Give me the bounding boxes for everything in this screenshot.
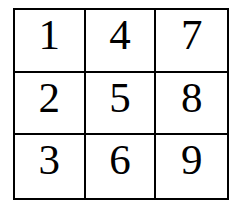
cell-number: 7 [181, 13, 203, 56]
grid-cell-r3c3[interactable]: 9 [156, 135, 227, 198]
grid-cell-r2c1[interactable]: 2 [15, 73, 86, 136]
grid-cell-r3c2[interactable]: 6 [86, 135, 157, 198]
grid-cell-r1c1[interactable]: 1 [15, 10, 86, 73]
grid-cell-r3c1[interactable]: 3 [15, 135, 86, 198]
cell-number: 4 [109, 13, 131, 56]
number-grid: 1 4 7 2 5 8 3 6 9 [13, 8, 229, 200]
cell-number: 2 [39, 76, 61, 119]
grid-cell-r1c3[interactable]: 7 [156, 10, 227, 73]
grid-cell-r2c3[interactable]: 8 [156, 73, 227, 136]
cell-number: 3 [39, 138, 61, 181]
cell-number: 9 [181, 138, 203, 181]
cell-number: 5 [109, 76, 131, 119]
grid-cell-r2c2[interactable]: 5 [86, 73, 157, 136]
cell-number: 8 [181, 76, 203, 119]
cell-number: 6 [109, 138, 131, 181]
cell-number: 1 [39, 13, 61, 56]
grid-cell-r1c2[interactable]: 4 [86, 10, 157, 73]
